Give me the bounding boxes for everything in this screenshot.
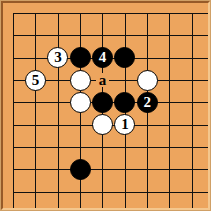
stone-black-move-2: 2 bbox=[137, 92, 158, 113]
stone-white-7-4 bbox=[137, 70, 158, 91]
go-board-diagram: 34521a bbox=[0, 0, 211, 211]
stone-white-move-1: 1 bbox=[114, 114, 135, 135]
point-label-a: a bbox=[96, 73, 109, 87]
stone-black-6-5 bbox=[114, 92, 135, 113]
stone-black-5-5 bbox=[92, 92, 113, 113]
stone-white-5-6 bbox=[92, 114, 113, 135]
stone-black-4-8 bbox=[70, 159, 91, 180]
stone-black-move-4: 4 bbox=[92, 47, 113, 68]
stone-black-4-3 bbox=[70, 47, 91, 68]
stone-black-6-3 bbox=[114, 47, 135, 68]
board-intersections: 34521a bbox=[2, 2, 203, 203]
stone-white-move-5: 5 bbox=[25, 70, 46, 91]
stone-white-4-5 bbox=[70, 92, 91, 113]
stone-white-move-3: 3 bbox=[47, 47, 68, 68]
stone-white-4-4 bbox=[70, 70, 91, 91]
